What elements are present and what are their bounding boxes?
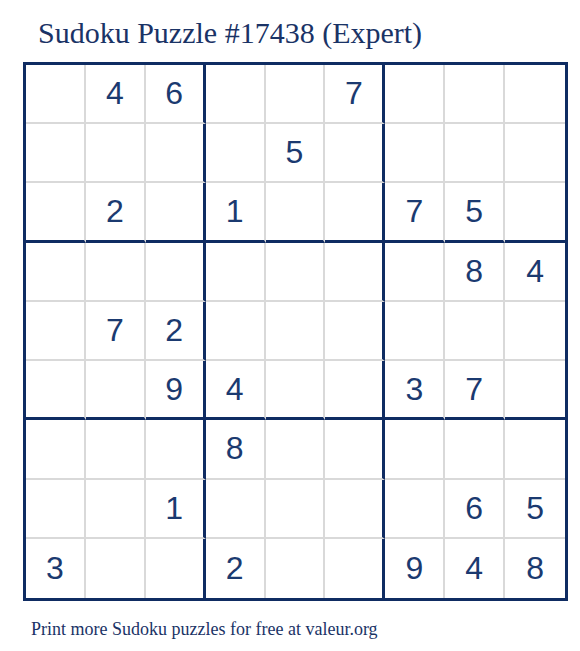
sudoku-cell-given[interactable]: 2: [146, 302, 206, 361]
sudoku-cell-empty[interactable]: [86, 420, 146, 479]
sudoku-cell-empty[interactable]: [325, 539, 385, 598]
sudoku-cell-given[interactable]: 5: [505, 480, 565, 539]
sudoku-cell-empty[interactable]: [385, 243, 445, 302]
sudoku-cell-empty[interactable]: [385, 420, 445, 479]
sudoku-cell-empty[interactable]: [325, 124, 385, 183]
sudoku-cell-empty[interactable]: [266, 361, 326, 420]
sudoku-cell-given[interactable]: 7: [86, 302, 146, 361]
sudoku-cell-empty[interactable]: [26, 124, 86, 183]
sudoku-cell-empty[interactable]: [445, 65, 505, 124]
sudoku-cell-empty[interactable]: [266, 420, 326, 479]
sudoku-cell-empty[interactable]: [266, 65, 326, 124]
sudoku-cell-given[interactable]: 8: [505, 539, 565, 598]
sudoku-cell-given[interactable]: 3: [385, 361, 445, 420]
sudoku-cell-given[interactable]: 5: [266, 124, 326, 183]
sudoku-cell-empty[interactable]: [505, 183, 565, 242]
sudoku-cell-empty[interactable]: [146, 183, 206, 242]
sudoku-cell-given[interactable]: 8: [445, 243, 505, 302]
sudoku-cell-empty[interactable]: [146, 420, 206, 479]
sudoku-cell-empty[interactable]: [206, 124, 266, 183]
footer-text: Print more Sudoku puzzles for free at va…: [31, 619, 378, 641]
sudoku-cell-empty[interactable]: [26, 361, 86, 420]
sudoku-cell-empty[interactable]: [26, 183, 86, 242]
sudoku-cell-empty[interactable]: [266, 302, 326, 361]
sudoku-cell-empty[interactable]: [206, 65, 266, 124]
sudoku-cell-empty[interactable]: [266, 539, 326, 598]
sudoku-cell-empty[interactable]: [266, 480, 326, 539]
sudoku-cell-given[interactable]: 5: [445, 183, 505, 242]
sudoku-cell-empty[interactable]: [505, 124, 565, 183]
sudoku-cell-empty[interactable]: [325, 243, 385, 302]
page-title: Sudoku Puzzle #17438 (Expert): [38, 16, 422, 49]
sudoku-cell-given[interactable]: 2: [206, 539, 266, 598]
sudoku-cell-given[interactable]: 9: [146, 361, 206, 420]
sudoku-cell-empty[interactable]: [325, 302, 385, 361]
sudoku-cell-empty[interactable]: [206, 480, 266, 539]
sudoku-cell-empty[interactable]: [445, 420, 505, 479]
sudoku-cell-given[interactable]: 1: [206, 183, 266, 242]
sudoku-cell-given[interactable]: 7: [385, 183, 445, 242]
sudoku-cell-empty[interactable]: [266, 243, 326, 302]
sudoku-cell-given[interactable]: 2: [86, 183, 146, 242]
sudoku-cell-empty[interactable]: [86, 539, 146, 598]
sudoku-cell-empty[interactable]: [385, 302, 445, 361]
sudoku-cell-given[interactable]: 4: [505, 243, 565, 302]
sudoku-cell-empty[interactable]: [266, 183, 326, 242]
sudoku-cell-empty[interactable]: [146, 124, 206, 183]
sudoku-cell-empty[interactable]: [505, 420, 565, 479]
sudoku-cell-given[interactable]: 7: [325, 65, 385, 124]
sudoku-cell-empty[interactable]: [86, 480, 146, 539]
sudoku-cell-empty[interactable]: [325, 183, 385, 242]
sudoku-cell-given[interactable]: 4: [206, 361, 266, 420]
sudoku-cell-given[interactable]: 7: [445, 361, 505, 420]
sudoku-cell-empty[interactable]: [26, 302, 86, 361]
sudoku-cell-empty[interactable]: [26, 243, 86, 302]
sudoku-cell-empty[interactable]: [385, 65, 445, 124]
sudoku-cell-empty[interactable]: [146, 539, 206, 598]
sudoku-cell-empty[interactable]: [325, 420, 385, 479]
sudoku-cell-empty[interactable]: [505, 65, 565, 124]
sudoku-cell-empty[interactable]: [445, 124, 505, 183]
sudoku-cell-given[interactable]: 6: [445, 480, 505, 539]
sudoku-cell-empty[interactable]: [86, 243, 146, 302]
sudoku-cell-empty[interactable]: [26, 480, 86, 539]
sudoku-cell-empty[interactable]: [146, 243, 206, 302]
sudoku-cell-empty[interactable]: [26, 65, 86, 124]
sudoku-cell-empty[interactable]: [86, 361, 146, 420]
sudoku-cell-empty[interactable]: [445, 302, 505, 361]
sudoku-cell-given[interactable]: 4: [445, 539, 505, 598]
sudoku-cell-empty[interactable]: [385, 480, 445, 539]
sudoku-cell-empty[interactable]: [206, 243, 266, 302]
sudoku-grid: 4675217584729437816532948: [23, 62, 568, 601]
sudoku-cell-given[interactable]: 1: [146, 480, 206, 539]
sudoku-cell-given[interactable]: 9: [385, 539, 445, 598]
sudoku-cell-empty[interactable]: [505, 302, 565, 361]
sudoku-cell-given[interactable]: 4: [86, 65, 146, 124]
sudoku-cell-empty[interactable]: [505, 361, 565, 420]
sudoku-cell-empty[interactable]: [26, 420, 86, 479]
sudoku-cell-empty[interactable]: [206, 302, 266, 361]
sudoku-cell-given[interactable]: 8: [206, 420, 266, 479]
sudoku-cell-empty[interactable]: [325, 361, 385, 420]
sudoku-cell-empty[interactable]: [86, 124, 146, 183]
sudoku-cell-given[interactable]: 3: [26, 539, 86, 598]
sudoku-cell-given[interactable]: 6: [146, 65, 206, 124]
sudoku-cell-empty[interactable]: [385, 124, 445, 183]
sudoku-cell-empty[interactable]: [325, 480, 385, 539]
